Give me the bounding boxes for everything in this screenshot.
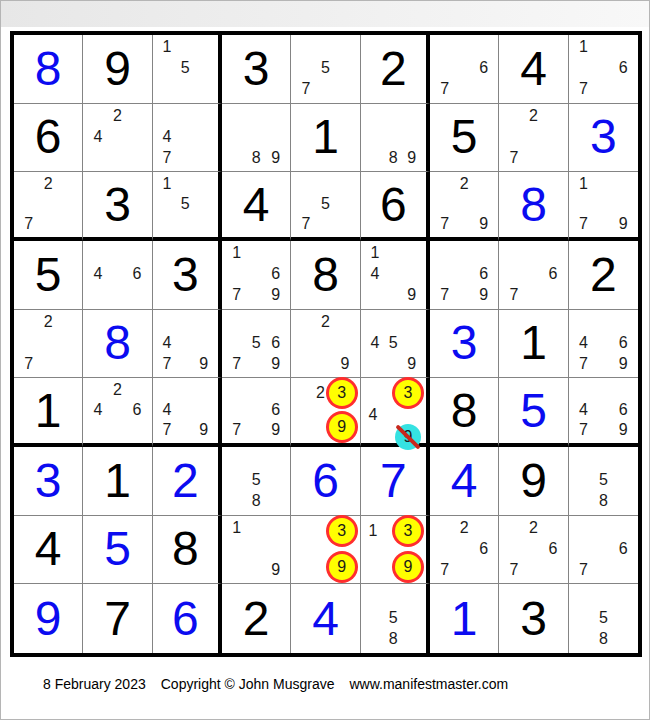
candidate-grid: 139 bbox=[361, 516, 426, 584]
candidate-grid: 179 bbox=[569, 172, 638, 237]
cell-r3c3[interactable]: 15 bbox=[153, 172, 222, 241]
candidate-3[interactable]: 3 bbox=[329, 380, 355, 406]
solved-digit: 5 bbox=[104, 525, 131, 573]
candidate-6[interactable]: 6 bbox=[474, 539, 493, 560]
candidate-5[interactable]: 5 bbox=[384, 608, 402, 629]
candidate-9[interactable]: 9 bbox=[474, 214, 493, 234]
yellow-highlight-circle: 9 bbox=[329, 414, 355, 440]
candidate-grid: 24 bbox=[83, 104, 151, 172]
candidate-6[interactable]: 6 bbox=[266, 400, 285, 420]
candidate-6[interactable]: 6 bbox=[474, 58, 493, 79]
candidate-grid: 679 bbox=[430, 241, 498, 309]
cell-r6c4[interactable]: 679 bbox=[222, 378, 291, 447]
candidate-5[interactable]: 5 bbox=[176, 58, 194, 79]
cell-r2c8[interactable]: 27 bbox=[499, 104, 568, 173]
candidate-grid: 39 bbox=[291, 516, 359, 584]
candidate-7[interactable]: 7 bbox=[296, 79, 315, 100]
candidate-6[interactable]: 6 bbox=[613, 58, 633, 79]
candidate-4[interactable]: 4 bbox=[88, 264, 107, 285]
candidate-6[interactable]: 6 bbox=[127, 400, 146, 420]
candidate-8[interactable]: 8 bbox=[384, 629, 402, 650]
cell-r3c7[interactable]: 279 bbox=[430, 172, 499, 241]
cell-r7c7[interactable]: 4 bbox=[430, 447, 499, 516]
cell-r1c3[interactable]: 15 bbox=[153, 35, 222, 104]
cell-r4c4[interactable]: 1679 bbox=[222, 241, 291, 310]
cell-r6c8[interactable]: 5 bbox=[499, 378, 568, 447]
cell-r3c1[interactable]: 27 bbox=[14, 172, 83, 241]
given-digit: 6 bbox=[35, 113, 62, 161]
candidate-grid: 149 bbox=[361, 241, 426, 309]
footer-date: 8 February 2023 bbox=[43, 676, 146, 692]
cell-r4c7[interactable]: 679 bbox=[430, 241, 499, 310]
cell-r8c6[interactable]: 139 bbox=[361, 516, 430, 585]
cell-r4c2[interactable]: 46 bbox=[83, 241, 152, 310]
given-digit: 2 bbox=[590, 251, 617, 299]
candidate-7[interactable]: 7 bbox=[19, 214, 38, 234]
candidate-9[interactable]: 9 bbox=[329, 414, 355, 440]
cell-r6c2[interactable]: 246 bbox=[83, 378, 152, 447]
given-digit: 3 bbox=[104, 181, 131, 229]
cell-r5c3[interactable]: 479 bbox=[153, 310, 222, 379]
candidate-4[interactable]: 4 bbox=[574, 333, 594, 354]
given-digit: 2 bbox=[243, 595, 270, 643]
solved-digit: 4 bbox=[312, 595, 339, 643]
candidate-grid: 5679 bbox=[222, 310, 290, 378]
candidate-4[interactable]: 4 bbox=[158, 333, 176, 354]
candidate-grid: 27 bbox=[14, 172, 82, 237]
solved-digit: 8 bbox=[104, 319, 131, 367]
cell-r2c9[interactable]: 3 bbox=[569, 104, 638, 173]
solved-digit: 7 bbox=[380, 457, 407, 505]
candidate-6[interactable]: 6 bbox=[266, 264, 285, 285]
candidate-grid: 47 bbox=[153, 104, 218, 172]
cell-r2c1[interactable]: 6 bbox=[14, 104, 83, 173]
sudoku-board: 8915357267416762447891895273273154576279… bbox=[10, 31, 642, 657]
given-digit: 3 bbox=[172, 251, 199, 299]
solved-digit: 8 bbox=[35, 45, 62, 93]
candidate-grid: 57 bbox=[291, 172, 359, 237]
solved-digit: 4 bbox=[451, 457, 478, 505]
candidate-2[interactable]: 2 bbox=[524, 106, 543, 127]
given-digit: 5 bbox=[451, 113, 478, 161]
candidate-2[interactable]: 2 bbox=[108, 380, 127, 400]
cell-r1c8[interactable]: 4 bbox=[499, 35, 568, 104]
given-digit: 2 bbox=[380, 45, 407, 93]
candidate-9[interactable]: 9 bbox=[266, 420, 285, 440]
candidate-grid: 29 bbox=[291, 310, 359, 378]
candidate-7[interactable]: 7 bbox=[158, 147, 176, 168]
given-digit: 9 bbox=[104, 45, 131, 93]
candidate-grid: 58 bbox=[222, 447, 290, 515]
candidate-8[interactable]: 8 bbox=[246, 147, 265, 168]
candidate-1[interactable]: 1 bbox=[366, 243, 384, 264]
cell-r8c1[interactable]: 4 bbox=[14, 516, 83, 585]
candidate-4[interactable]: 4 bbox=[574, 400, 594, 420]
cell-r6c6[interactable]: 349 bbox=[361, 378, 430, 447]
candidate-6[interactable]: 6 bbox=[613, 333, 633, 354]
candidate-3[interactable]: 3 bbox=[329, 518, 355, 544]
candidate-1[interactable]: 1 bbox=[158, 174, 176, 194]
candidate-grid: 27 bbox=[499, 104, 567, 172]
candidate-grid: 15 bbox=[153, 35, 218, 103]
cell-r2c6[interactable]: 89 bbox=[361, 104, 430, 173]
cell-r7c2[interactable]: 1 bbox=[83, 447, 152, 516]
candidate-9[interactable]: 9 bbox=[403, 285, 421, 306]
candidate-grid: 58 bbox=[569, 447, 638, 515]
candidate-7[interactable]: 7 bbox=[19, 353, 38, 374]
cell-r2c3[interactable]: 47 bbox=[153, 104, 222, 173]
cell-r3c2[interactable]: 3 bbox=[83, 172, 152, 241]
candidate-9[interactable]: 9 bbox=[613, 353, 633, 374]
candidate-7[interactable]: 7 bbox=[435, 285, 454, 306]
candidate-7[interactable]: 7 bbox=[227, 285, 246, 306]
candidate-9[interactable]: 9 bbox=[613, 214, 633, 234]
candidate-7[interactable]: 7 bbox=[574, 420, 594, 440]
cell-r1c5[interactable]: 57 bbox=[291, 35, 360, 104]
given-digit: 6 bbox=[380, 181, 407, 229]
candidate-6[interactable]: 6 bbox=[266, 333, 285, 354]
candidate-8[interactable]: 8 bbox=[384, 147, 402, 168]
cell-r7c8[interactable]: 9 bbox=[499, 447, 568, 516]
cell-r9c9[interactable]: 58 bbox=[569, 584, 638, 653]
cell-r5c7[interactable]: 3 bbox=[430, 310, 499, 379]
candidate-6[interactable]: 6 bbox=[613, 400, 633, 420]
yellow-highlight-circle: 9 bbox=[395, 554, 421, 580]
cell-r8c7[interactable]: 267 bbox=[430, 516, 499, 585]
candidate-9[interactable]: 9 bbox=[266, 559, 285, 580]
candidate-7[interactable]: 7 bbox=[574, 559, 594, 580]
candidate-grid: 67 bbox=[430, 35, 498, 103]
candidate-7[interactable]: 7 bbox=[158, 353, 176, 374]
candidate-5[interactable]: 5 bbox=[246, 470, 265, 491]
candidate-grid: 15 bbox=[153, 172, 218, 237]
candidate-grid: 279 bbox=[430, 172, 498, 237]
cell-r4c9[interactable]: 2 bbox=[569, 241, 638, 310]
candidate-5[interactable]: 5 bbox=[593, 608, 613, 629]
window-titlebar bbox=[1, 1, 649, 27]
cell-r9c4[interactable]: 2 bbox=[222, 584, 291, 653]
candidate-7[interactable]: 7 bbox=[504, 147, 523, 168]
candidate-grid: 58 bbox=[361, 584, 426, 653]
candidate-3[interactable]: 3 bbox=[395, 380, 421, 406]
candidate-7[interactable]: 7 bbox=[296, 214, 315, 234]
candidate-2[interactable]: 2 bbox=[108, 106, 127, 127]
cell-r5c2[interactable]: 8 bbox=[83, 310, 152, 379]
candidate-1[interactable]: 1 bbox=[227, 518, 246, 539]
candidate-9[interactable]: 9 bbox=[403, 147, 421, 168]
cell-r7c1[interactable]: 3 bbox=[14, 447, 83, 516]
cell-r1c9[interactable]: 167 bbox=[569, 35, 638, 104]
cell-r1c7[interactable]: 67 bbox=[430, 35, 499, 104]
candidate-2[interactable]: 2 bbox=[38, 312, 57, 333]
cell-r9c5[interactable]: 4 bbox=[291, 584, 360, 653]
candidate-1[interactable]: 1 bbox=[574, 37, 594, 58]
cell-r8c4[interactable]: 19 bbox=[222, 516, 291, 585]
candidate-1[interactable]: 1 bbox=[227, 243, 246, 264]
cell-r5c5[interactable]: 29 bbox=[291, 310, 360, 379]
cell-r1c2[interactable]: 9 bbox=[83, 35, 152, 104]
footer-website[interactable]: www.manifestmaster.com bbox=[349, 676, 508, 692]
candidate-2[interactable]: 2 bbox=[316, 312, 335, 333]
candidate-2[interactable]: 2 bbox=[524, 518, 543, 539]
candidate-6[interactable]: 6 bbox=[613, 539, 633, 560]
solved-digit: 2 bbox=[172, 457, 199, 505]
cell-r9c7[interactable]: 1 bbox=[430, 584, 499, 653]
cell-r7c4[interactable]: 58 bbox=[222, 447, 291, 516]
candidate-9[interactable]: 9 bbox=[195, 353, 213, 374]
candidate-6[interactable]: 6 bbox=[543, 264, 562, 285]
cell-r4c1[interactable]: 5 bbox=[14, 241, 83, 310]
cell-r3c6[interactable]: 6 bbox=[361, 172, 430, 241]
candidate-5[interactable]: 5 bbox=[316, 194, 335, 214]
candidate-grid: 267 bbox=[430, 516, 498, 584]
yellow-highlight-circle: 9 bbox=[329, 554, 355, 580]
candidate-7[interactable]: 7 bbox=[574, 353, 594, 374]
candidate-grid: 67 bbox=[569, 516, 638, 584]
candidate-7[interactable]: 7 bbox=[574, 214, 594, 234]
cell-r6c1[interactable]: 1 bbox=[14, 378, 83, 447]
cell-r4c6[interactable]: 149 bbox=[361, 241, 430, 310]
given-digit: 9 bbox=[520, 457, 547, 505]
given-digit: 1 bbox=[312, 113, 339, 161]
yellow-highlight-circle: 3 bbox=[329, 380, 355, 406]
candidate-6[interactable]: 6 bbox=[543, 539, 562, 560]
cell-r1c1[interactable]: 8 bbox=[14, 35, 83, 104]
candidate-2[interactable]: 2 bbox=[454, 518, 473, 539]
cell-r9c2[interactable]: 7 bbox=[83, 584, 152, 653]
candidate-9[interactable]: 9 bbox=[613, 420, 633, 440]
candidate-5[interactable]: 5 bbox=[316, 58, 335, 79]
candidate-7[interactable]: 7 bbox=[504, 285, 523, 306]
footer: 8 February 2023 Copyright © John Musgrav… bbox=[43, 676, 508, 692]
footer-copyright: Copyright © John Musgrave bbox=[161, 676, 335, 692]
candidate-5[interactable]: 5 bbox=[593, 470, 613, 491]
solved-digit: 3 bbox=[590, 113, 617, 161]
candidate-grid: 479 bbox=[153, 378, 218, 443]
yellow-highlight-circle: 3 bbox=[329, 518, 355, 544]
candidate-5[interactable]: 5 bbox=[384, 333, 402, 354]
candidate-4[interactable]: 4 bbox=[88, 127, 107, 148]
candidate-1[interactable]: 1 bbox=[574, 174, 594, 194]
cell-r2c4[interactable]: 89 bbox=[222, 104, 291, 173]
yellow-highlight-circle: 3 bbox=[395, 518, 421, 544]
candidate-grid: 479 bbox=[153, 310, 218, 378]
cell-r8c5[interactable]: 39 bbox=[291, 516, 360, 585]
candidate-4[interactable]: 4 bbox=[88, 400, 107, 420]
candidate-grid: 679 bbox=[222, 378, 290, 443]
cell-r7c6[interactable]: 7 bbox=[361, 447, 430, 516]
candidate-grid: 57 bbox=[291, 35, 359, 103]
candidate-grid: 89 bbox=[361, 104, 426, 172]
cell-r2c5[interactable]: 1 bbox=[291, 104, 360, 173]
cell-r3c4[interactable]: 4 bbox=[222, 172, 291, 241]
cell-r7c3[interactable]: 2 bbox=[153, 447, 222, 516]
solved-digit: 3 bbox=[35, 457, 62, 505]
solved-digit: 3 bbox=[451, 319, 478, 367]
given-digit: 4 bbox=[35, 525, 62, 573]
candidate-grid: 459 bbox=[361, 310, 426, 378]
candidate-1[interactable]: 1 bbox=[366, 518, 381, 544]
candidate-5[interactable]: 5 bbox=[176, 194, 194, 214]
candidate-9[interactable]: 9 bbox=[474, 285, 493, 306]
candidate-7[interactable]: 7 bbox=[574, 79, 594, 100]
given-digit: 3 bbox=[520, 595, 547, 643]
cell-r3c9[interactable]: 179 bbox=[569, 172, 638, 241]
yellow-highlight-circle: 3 bbox=[395, 380, 421, 406]
cell-r3c8[interactable]: 8 bbox=[499, 172, 568, 241]
candidate-grid: 267 bbox=[499, 516, 567, 584]
candidate-3[interactable]: 3 bbox=[395, 518, 421, 544]
cell-r9c3[interactable]: 6 bbox=[153, 584, 222, 653]
given-digit: 3 bbox=[243, 45, 270, 93]
given-digit: 4 bbox=[243, 181, 270, 229]
solved-digit: 1 bbox=[451, 595, 478, 643]
candidate-4[interactable]: 4 bbox=[366, 333, 384, 354]
cell-r9c6[interactable]: 58 bbox=[361, 584, 430, 653]
candidate-9[interactable]: 9 bbox=[195, 420, 213, 440]
cell-r6c3[interactable]: 479 bbox=[153, 378, 222, 447]
cell-r3c5[interactable]: 57 bbox=[291, 172, 360, 241]
given-digit: 5 bbox=[35, 251, 62, 299]
candidate-grid: 167 bbox=[569, 35, 638, 103]
cell-r1c4[interactable]: 3 bbox=[222, 35, 291, 104]
cell-r9c8[interactable]: 3 bbox=[499, 584, 568, 653]
solved-digit: 9 bbox=[35, 595, 62, 643]
candidate-grid: 246 bbox=[83, 378, 151, 443]
solved-digit: 5 bbox=[520, 387, 547, 435]
cell-r2c2[interactable]: 24 bbox=[83, 104, 152, 173]
candidate-4[interactable]: 4 bbox=[158, 400, 176, 420]
candidate-grid: 239 bbox=[291, 378, 359, 443]
candidate-8[interactable]: 8 bbox=[593, 491, 613, 512]
candidate-grid: 58 bbox=[569, 584, 638, 653]
candidate-grid: 4679 bbox=[569, 310, 638, 378]
candidate-grid: 67 bbox=[499, 241, 567, 309]
cell-r5c6[interactable]: 459 bbox=[361, 310, 430, 379]
cell-r4c5[interactable]: 8 bbox=[291, 241, 360, 310]
solved-digit: 6 bbox=[172, 595, 199, 643]
given-digit: 8 bbox=[451, 387, 478, 435]
candidate-9[interactable]: 9 bbox=[266, 147, 285, 168]
cell-r6c5[interactable]: 239 bbox=[291, 378, 360, 447]
candidate-grid: 19 bbox=[222, 516, 290, 584]
candidate-grid: 89 bbox=[222, 104, 290, 172]
cell-r4c8[interactable]: 67 bbox=[499, 241, 568, 310]
app-window: 8915357267416762447891895273273154576279… bbox=[0, 0, 650, 720]
cell-r9c1[interactable]: 9 bbox=[14, 584, 83, 653]
cell-r8c3[interactable]: 8 bbox=[153, 516, 222, 585]
cell-r7c5[interactable]: 6 bbox=[291, 447, 360, 516]
cell-r6c9[interactable]: 4679 bbox=[569, 378, 638, 447]
given-digit: 1 bbox=[35, 387, 62, 435]
cell-r2c7[interactable]: 5 bbox=[430, 104, 499, 173]
candidate-grid: 1679 bbox=[222, 241, 290, 309]
cell-r8c8[interactable]: 267 bbox=[499, 516, 568, 585]
candidate-grid: 349 bbox=[361, 378, 426, 443]
cell-r1c6[interactable]: 2 bbox=[361, 35, 430, 104]
candidate-6[interactable]: 6 bbox=[474, 264, 493, 285]
given-digit: 8 bbox=[172, 525, 199, 573]
candidate-7[interactable]: 7 bbox=[227, 420, 246, 440]
cell-r5c9[interactable]: 4679 bbox=[569, 310, 638, 379]
candidate-8[interactable]: 8 bbox=[593, 629, 613, 650]
candidate-9[interactable]: 9 bbox=[395, 554, 421, 580]
solved-digit: 8 bbox=[520, 181, 547, 229]
cell-r5c4[interactable]: 5679 bbox=[222, 310, 291, 379]
candidate-7[interactable]: 7 bbox=[435, 214, 454, 234]
candidate-4[interactable]: 4 bbox=[158, 127, 176, 148]
candidate-7[interactable]: 7 bbox=[435, 79, 454, 100]
candidate-4[interactable]: 4 bbox=[366, 406, 381, 424]
cell-r6c7[interactable]: 8 bbox=[430, 378, 499, 447]
given-digit: 7 bbox=[104, 595, 131, 643]
cell-r8c2[interactable]: 5 bbox=[83, 516, 152, 585]
cell-r4c3[interactable]: 3 bbox=[153, 241, 222, 310]
cyan-eliminated-circle: 9 bbox=[395, 424, 421, 450]
candidate-2[interactable]: 2 bbox=[38, 174, 57, 194]
candidate-9[interactable]: 9 bbox=[266, 285, 285, 306]
candidate-7[interactable]: 7 bbox=[435, 559, 454, 580]
given-digit: 8 bbox=[312, 251, 339, 299]
candidate-5[interactable]: 5 bbox=[246, 333, 265, 354]
given-digit: 1 bbox=[104, 457, 131, 505]
candidate-grid: 4679 bbox=[569, 378, 638, 443]
candidate-4[interactable]: 4 bbox=[366, 264, 384, 285]
candidate-7[interactable]: 7 bbox=[227, 353, 246, 374]
candidate-9[interactable]: 9 bbox=[395, 424, 421, 450]
candidate-grid: 27 bbox=[14, 310, 82, 378]
candidate-2[interactable]: 2 bbox=[312, 380, 328, 406]
cell-r8c9[interactable]: 67 bbox=[569, 516, 638, 585]
candidate-6[interactable]: 6 bbox=[127, 264, 146, 285]
candidate-1[interactable]: 1 bbox=[158, 37, 176, 58]
candidate-9[interactable]: 9 bbox=[403, 353, 421, 374]
candidate-9[interactable]: 9 bbox=[266, 353, 285, 374]
candidate-2[interactable]: 2 bbox=[454, 174, 473, 194]
cell-r7c9[interactable]: 58 bbox=[569, 447, 638, 516]
cell-r5c1[interactable]: 27 bbox=[14, 310, 83, 379]
candidate-7[interactable]: 7 bbox=[158, 420, 176, 440]
candidate-9[interactable]: 9 bbox=[329, 554, 355, 580]
given-digit: 1 bbox=[520, 319, 547, 367]
candidate-7[interactable]: 7 bbox=[504, 559, 523, 580]
given-digit: 4 bbox=[520, 45, 547, 93]
solved-digit: 6 bbox=[312, 457, 339, 505]
candidate-8[interactable]: 8 bbox=[246, 491, 265, 512]
candidate-9[interactable]: 9 bbox=[335, 353, 354, 374]
cell-r5c8[interactable]: 1 bbox=[499, 310, 568, 379]
candidate-grid: 46 bbox=[83, 241, 151, 309]
